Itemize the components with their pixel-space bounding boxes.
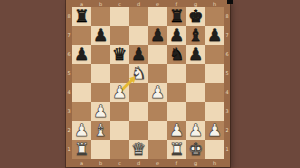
coord-file-bottom-f: f xyxy=(167,160,186,166)
square-g3[interactable] xyxy=(186,102,205,121)
coord-rank-right-7: 7 xyxy=(224,26,230,45)
square-h1[interactable] xyxy=(205,140,224,159)
coord-rank-left-7: 7 xyxy=(66,26,72,45)
coord-rank-left-5: 5 xyxy=(66,64,72,83)
piece-black-pawn[interactable]: ♟ xyxy=(205,26,224,45)
square-h3[interactable] xyxy=(205,102,224,121)
square-a7[interactable] xyxy=(72,26,91,45)
piece-black-pawn[interactable]: ♟ xyxy=(91,26,110,45)
square-e7[interactable]: ♟ xyxy=(148,26,167,45)
square-a1[interactable]: ♜ xyxy=(72,140,91,159)
piece-black-knight[interactable]: ♞ xyxy=(167,45,186,64)
square-h2[interactable]: ♟ xyxy=(205,121,224,140)
square-b6[interactable] xyxy=(91,45,110,64)
piece-white-pawn[interactable]: ♟ xyxy=(91,102,110,121)
square-d5[interactable]: ♞ xyxy=(129,64,148,83)
piece-white-pawn[interactable]: ♟ xyxy=(72,121,91,140)
square-d7[interactable] xyxy=(129,26,148,45)
corner-artifact xyxy=(227,0,233,4)
square-c5[interactable] xyxy=(110,64,129,83)
square-a8[interactable]: ♜ xyxy=(72,7,91,26)
square-c6[interactable]: ♛ xyxy=(110,45,129,64)
piece-black-rook[interactable]: ♜ xyxy=(167,7,186,26)
piece-white-queen[interactable]: ♛ xyxy=(129,140,148,159)
coord-file-bottom-b: b xyxy=(91,160,110,166)
square-a3[interactable] xyxy=(72,102,91,121)
square-d6[interactable]: ♟ xyxy=(129,45,148,64)
square-f7[interactable]: ♟ xyxy=(167,26,186,45)
square-g2[interactable]: ♟ xyxy=(186,121,205,140)
square-g4[interactable] xyxy=(186,83,205,102)
coord-file-bottom-c: c xyxy=(110,160,129,166)
square-a6[interactable]: ♟ xyxy=(72,45,91,64)
piece-black-rook[interactable]: ♜ xyxy=(72,7,91,26)
coord-file-top-c: c xyxy=(110,1,129,7)
coord-rank-right-2: 2 xyxy=(224,121,230,140)
piece-white-rook[interactable]: ♜ xyxy=(72,140,91,159)
coord-rank-right-1: 1 xyxy=(224,140,230,159)
coord-file-top-b: b xyxy=(91,1,110,7)
coord-rank-left-3: 3 xyxy=(66,102,72,121)
square-h5[interactable] xyxy=(205,64,224,83)
square-b3[interactable]: ♟ xyxy=(91,102,110,121)
square-c4[interactable]: ♟ xyxy=(110,83,129,102)
square-c3[interactable] xyxy=(110,102,129,121)
piece-white-pawn[interactable]: ♟ xyxy=(167,121,186,140)
coord-file-bottom-g: g xyxy=(186,160,205,166)
square-e1[interactable] xyxy=(148,140,167,159)
square-d3[interactable] xyxy=(129,102,148,121)
square-f6[interactable]: ♞ xyxy=(167,45,186,64)
square-e4[interactable]: ♟ xyxy=(148,83,167,102)
square-d8[interactable] xyxy=(129,7,148,26)
square-h6[interactable] xyxy=(205,45,224,64)
piece-black-pawn[interactable]: ♟ xyxy=(72,45,91,64)
coord-rank-right-8: 8 xyxy=(224,7,230,26)
square-b4[interactable] xyxy=(91,83,110,102)
square-f3[interactable] xyxy=(167,102,186,121)
square-f8[interactable]: ♜ xyxy=(167,7,186,26)
piece-black-pawn[interactable]: ♟ xyxy=(186,45,205,64)
piece-white-knight[interactable]: ♞ xyxy=(129,64,148,83)
square-f5[interactable] xyxy=(167,64,186,83)
square-c2[interactable] xyxy=(110,121,129,140)
square-b1[interactable] xyxy=(91,140,110,159)
piece-black-pawn[interactable]: ♟ xyxy=(167,26,186,45)
coord-rank-right-4: 4 xyxy=(224,83,230,102)
square-b7[interactable]: ♟ xyxy=(91,26,110,45)
piece-black-queen[interactable]: ♛ xyxy=(110,45,129,64)
coord-file-bottom-e: e xyxy=(148,160,167,166)
square-h8[interactable] xyxy=(205,7,224,26)
square-e2[interactable] xyxy=(148,121,167,140)
square-f2[interactable]: ♟ xyxy=(167,121,186,140)
square-e3[interactable] xyxy=(148,102,167,121)
square-g6[interactable]: ♟ xyxy=(186,45,205,64)
square-b5[interactable] xyxy=(91,64,110,83)
square-e8[interactable] xyxy=(148,7,167,26)
square-b2[interactable]: ♝ xyxy=(91,121,110,140)
square-e6[interactable] xyxy=(148,45,167,64)
square-g5[interactable] xyxy=(186,64,205,83)
piece-black-pawn[interactable]: ♟ xyxy=(148,26,167,45)
piece-white-pawn[interactable]: ♟ xyxy=(186,121,205,140)
square-c7[interactable] xyxy=(110,26,129,45)
coord-rank-right-3: 3 xyxy=(224,102,230,121)
square-d4[interactable] xyxy=(129,83,148,102)
piece-white-pawn[interactable]: ♟ xyxy=(110,83,129,102)
coord-file-top-h: h xyxy=(205,1,224,7)
square-g7[interactable]: ♝ xyxy=(186,26,205,45)
piece-black-bishop[interactable]: ♝ xyxy=(186,26,205,45)
square-f4[interactable] xyxy=(167,83,186,102)
chess-board: ♜♜♚♟♟♟♝♟♟♛♟♞♟♞♟♟♟♟♝♟♟♟♜♛♜♚ xyxy=(72,7,224,159)
square-a5[interactable] xyxy=(72,64,91,83)
board-frame: ♜♜♚♟♟♟♝♟♟♛♟♞♟♞♟♟♟♟♝♟♟♟♜♛♜♚ aabbccddeeffg… xyxy=(66,0,230,167)
piece-white-pawn[interactable]: ♟ xyxy=(205,121,224,140)
square-c1[interactable] xyxy=(110,140,129,159)
square-f1[interactable]: ♜ xyxy=(167,140,186,159)
square-c8[interactable] xyxy=(110,7,129,26)
piece-white-bishop[interactable]: ♝ xyxy=(91,121,110,140)
coord-rank-left-4: 4 xyxy=(66,83,72,102)
square-h4[interactable] xyxy=(205,83,224,102)
coord-file-top-e: e xyxy=(148,1,167,7)
coord-file-bottom-d: d xyxy=(129,160,148,166)
square-g1[interactable]: ♚ xyxy=(186,140,205,159)
square-a4[interactable] xyxy=(72,83,91,102)
coord-rank-right-6: 6 xyxy=(224,45,230,64)
square-h7[interactable]: ♟ xyxy=(205,26,224,45)
video-frame: ♜♜♚♟♟♟♝♟♟♛♟♞♟♞♟♟♟♟♝♟♟♟♜♛♜♚ aabbccddeeffg… xyxy=(0,0,300,168)
coord-file-top-d: d xyxy=(129,1,148,7)
piece-white-pawn[interactable]: ♟ xyxy=(148,83,167,102)
coord-file-bottom-h: h xyxy=(205,160,224,166)
coord-rank-right-5: 5 xyxy=(224,64,230,83)
piece-white-rook[interactable]: ♜ xyxy=(167,140,186,159)
square-d2[interactable] xyxy=(129,121,148,140)
piece-black-pawn[interactable]: ♟ xyxy=(129,45,148,64)
square-g8[interactable]: ♚ xyxy=(186,7,205,26)
square-a2[interactable]: ♟ xyxy=(72,121,91,140)
coord-file-bottom-a: a xyxy=(72,160,91,166)
piece-white-king[interactable]: ♚ xyxy=(186,140,205,159)
square-b8[interactable] xyxy=(91,7,110,26)
square-d1[interactable]: ♛ xyxy=(129,140,148,159)
square-e5[interactable] xyxy=(148,64,167,83)
piece-black-king[interactable]: ♚ xyxy=(186,7,205,26)
